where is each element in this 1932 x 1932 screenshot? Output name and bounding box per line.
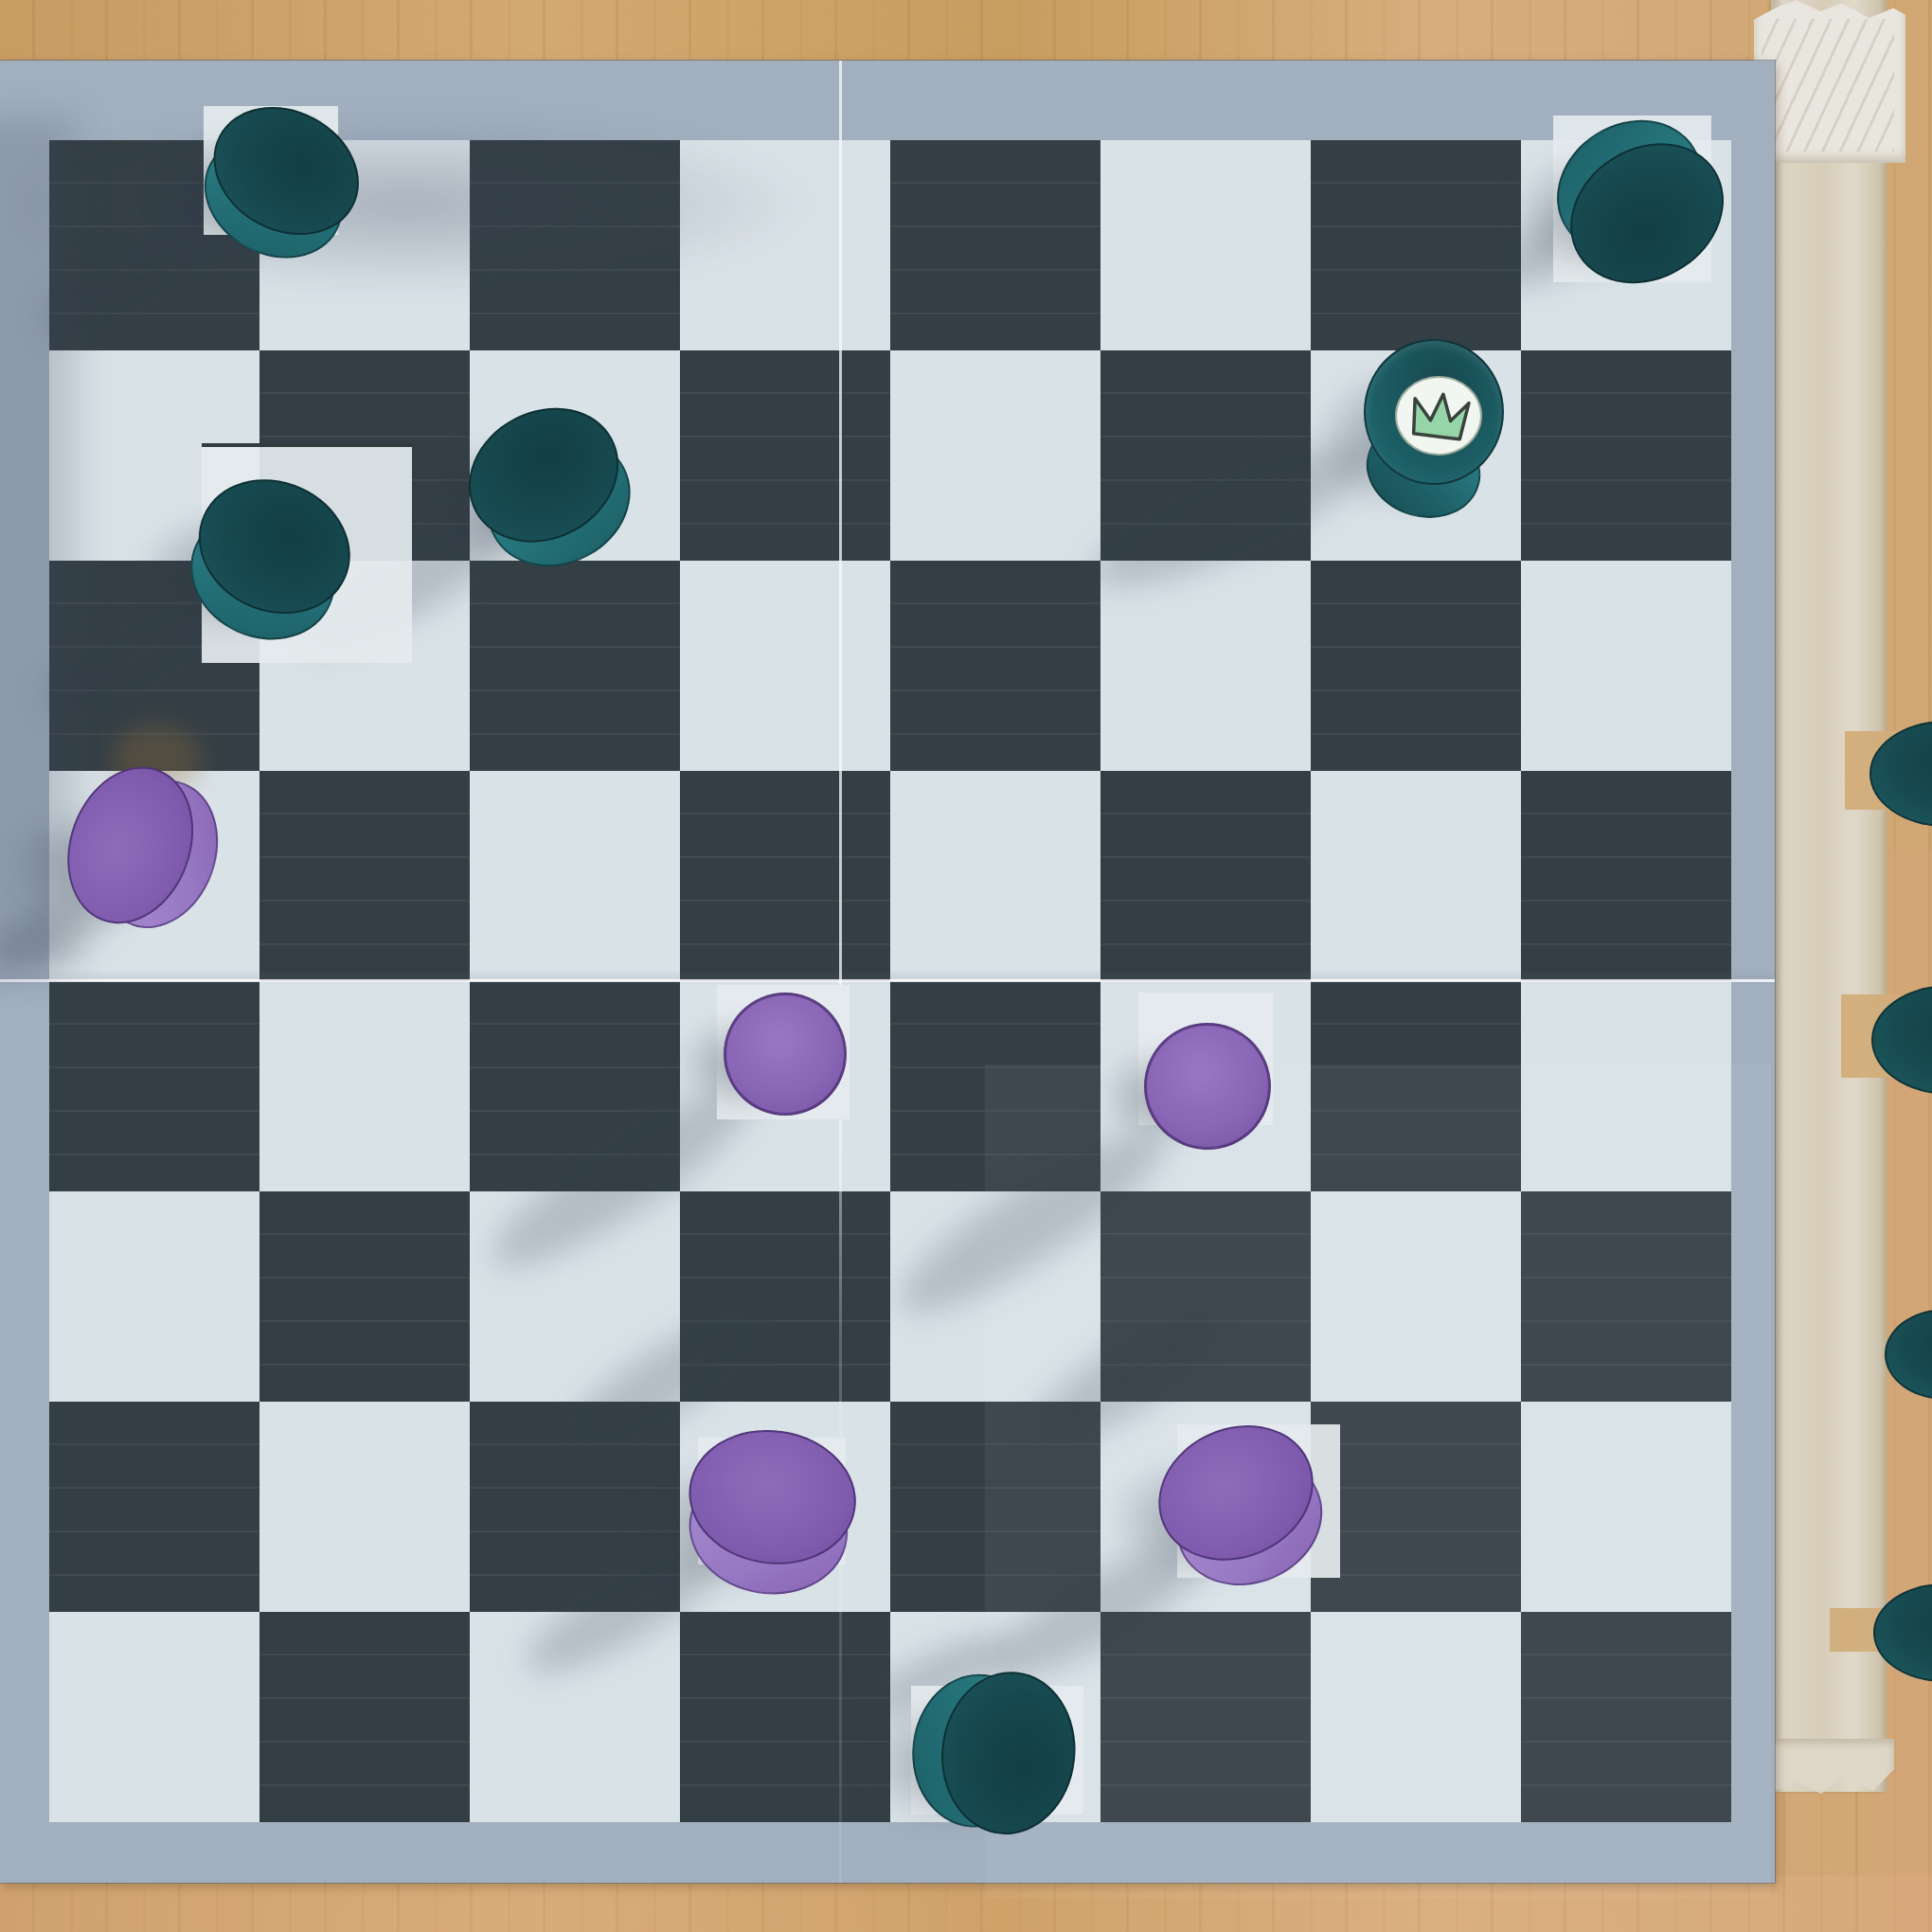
purple-piece[interactable] bbox=[671, 1422, 867, 1601]
captured-teal-piece[interactable] bbox=[1873, 1583, 1932, 1682]
purple-piece[interactable] bbox=[47, 747, 237, 954]
teal-piece[interactable] bbox=[908, 1657, 1082, 1843]
purple-piece[interactable] bbox=[1144, 1023, 1271, 1150]
piece-layer bbox=[0, 0, 1932, 1932]
king-top-face bbox=[1364, 339, 1504, 485]
captured-teal-piece[interactable] bbox=[1885, 1309, 1932, 1400]
teal-piece[interactable] bbox=[442, 384, 656, 592]
table-surface bbox=[0, 0, 1932, 1932]
purple-piece[interactable] bbox=[724, 993, 847, 1116]
paste-edge-artifact bbox=[202, 443, 412, 447]
teal-king-piece[interactable] bbox=[1362, 339, 1504, 514]
crown-icon bbox=[1405, 385, 1475, 448]
crown-sticker bbox=[1395, 376, 1482, 456]
piece-top-face bbox=[46, 749, 214, 941]
